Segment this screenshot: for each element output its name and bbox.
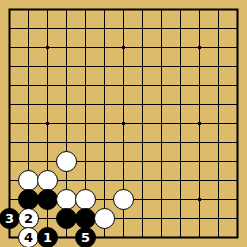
move-number: 3 xyxy=(5,212,14,225)
black-stone xyxy=(75,208,96,229)
white-stone-move-2: 2 xyxy=(18,208,39,229)
white-stone xyxy=(113,189,134,210)
move-number: 2 xyxy=(24,212,33,225)
white-stone-move-4: 4 xyxy=(18,227,39,247)
white-stone xyxy=(18,170,39,191)
black-stone-move-1: 1 xyxy=(37,227,58,247)
black-stone-move-5: 5 xyxy=(75,227,96,247)
move-number: 1 xyxy=(43,231,52,244)
white-stone xyxy=(75,189,96,210)
black-stone xyxy=(56,208,77,229)
move-number: 4 xyxy=(24,231,33,244)
go-board-grid[interactable]: 32415 xyxy=(0,0,247,247)
white-stone xyxy=(56,151,77,172)
black-stone-move-3: 3 xyxy=(0,208,20,229)
white-stone xyxy=(94,208,115,229)
black-stone xyxy=(18,189,39,210)
white-stone xyxy=(37,170,58,191)
move-number: 5 xyxy=(81,231,90,244)
black-stone xyxy=(37,189,58,210)
white-stone xyxy=(56,189,77,210)
go-diagram: 32415 xyxy=(0,0,247,247)
